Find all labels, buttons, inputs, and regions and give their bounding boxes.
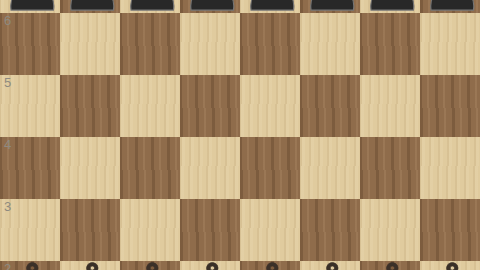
square-f5[interactable] (300, 75, 360, 137)
rank-label-6: 6 (4, 14, 11, 28)
rank-label-4: 4 (4, 138, 11, 152)
white-pawn-c2[interactable]: ♙ (120, 259, 180, 270)
square-b7[interactable]: ♟ (60, 0, 120, 13)
square-e5[interactable] (240, 75, 300, 137)
white-pawn-g2[interactable]: ♙ (360, 259, 420, 270)
white-pawn-a2[interactable]: ♙ (0, 259, 60, 270)
rank-label-5: 5 (4, 76, 11, 90)
square-a6[interactable]: 6 (0, 13, 60, 75)
square-c2[interactable]: ♙ (120, 261, 180, 270)
square-f6[interactable] (300, 13, 360, 75)
square-f7[interactable]: ♟ (300, 0, 360, 13)
square-h7[interactable]: ♟ (420, 0, 480, 13)
square-c5[interactable] (120, 75, 180, 137)
square-e2[interactable]: ♙ (240, 261, 300, 270)
square-e6[interactable] (240, 13, 300, 75)
square-c7[interactable]: ♟ (120, 0, 180, 13)
square-e7[interactable]: ♟ (240, 0, 300, 13)
square-a4[interactable]: 4 (0, 137, 60, 199)
chess-app-screen: ♜♞♝♛♚♝♞♜♟♟♟♟♟♟♟♟65432♙♙♙♙♙♙♙♙♖♘♗♕♔♗♘♖ (0, 0, 480, 270)
white-pawn-e2[interactable]: ♙ (240, 259, 300, 270)
square-f2[interactable]: ♙ (300, 261, 360, 270)
square-b5[interactable] (60, 75, 120, 137)
square-d7[interactable]: ♟ (180, 0, 240, 13)
square-h2[interactable]: ♙ (420, 261, 480, 270)
square-h5[interactable] (420, 75, 480, 137)
square-a5[interactable]: 5 (0, 75, 60, 137)
square-b2[interactable]: ♙ (60, 261, 120, 270)
chess-board: ♜♞♝♛♚♝♞♜♟♟♟♟♟♟♟♟65432♙♙♙♙♙♙♙♙♖♘♗♕♔♗♘♖ (0, 0, 480, 270)
square-d2[interactable]: ♙ (180, 261, 240, 270)
square-g4[interactable] (360, 137, 420, 199)
square-b6[interactable] (60, 13, 120, 75)
square-a7[interactable]: ♟ (0, 0, 60, 13)
square-e4[interactable] (240, 137, 300, 199)
rank-label-3: 3 (4, 200, 11, 214)
square-d5[interactable] (180, 75, 240, 137)
square-d4[interactable] (180, 137, 240, 199)
square-a2[interactable]: 2♙ (0, 261, 60, 270)
white-pawn-h2[interactable]: ♙ (420, 259, 480, 270)
square-c4[interactable] (120, 137, 180, 199)
square-g5[interactable] (360, 75, 420, 137)
square-c6[interactable] (120, 13, 180, 75)
square-g6[interactable] (360, 13, 420, 75)
square-b4[interactable] (60, 137, 120, 199)
square-d6[interactable] (180, 13, 240, 75)
white-pawn-f2[interactable]: ♙ (300, 259, 360, 270)
square-f4[interactable] (300, 137, 360, 199)
square-h6[interactable] (420, 13, 480, 75)
white-pawn-b2[interactable]: ♙ (60, 259, 120, 270)
white-pawn-d2[interactable]: ♙ (180, 259, 240, 270)
square-g2[interactable]: ♙ (360, 261, 420, 270)
square-h4[interactable] (420, 137, 480, 199)
square-g7[interactable]: ♟ (360, 0, 420, 13)
